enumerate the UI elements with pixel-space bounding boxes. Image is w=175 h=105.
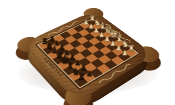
piece-white-pawn[interactable]: ♟ <box>117 49 132 56</box>
piece-black-rook[interactable]: ♜ <box>73 73 89 82</box>
product-photo-scene: ARMENIA ♜♟♟♜♞♟♟♞♝♟♟♝♛♟♟♛♚♟♟♚♝♟♟♝♞♟♟♞♜♟♟♜ <box>0 0 175 105</box>
